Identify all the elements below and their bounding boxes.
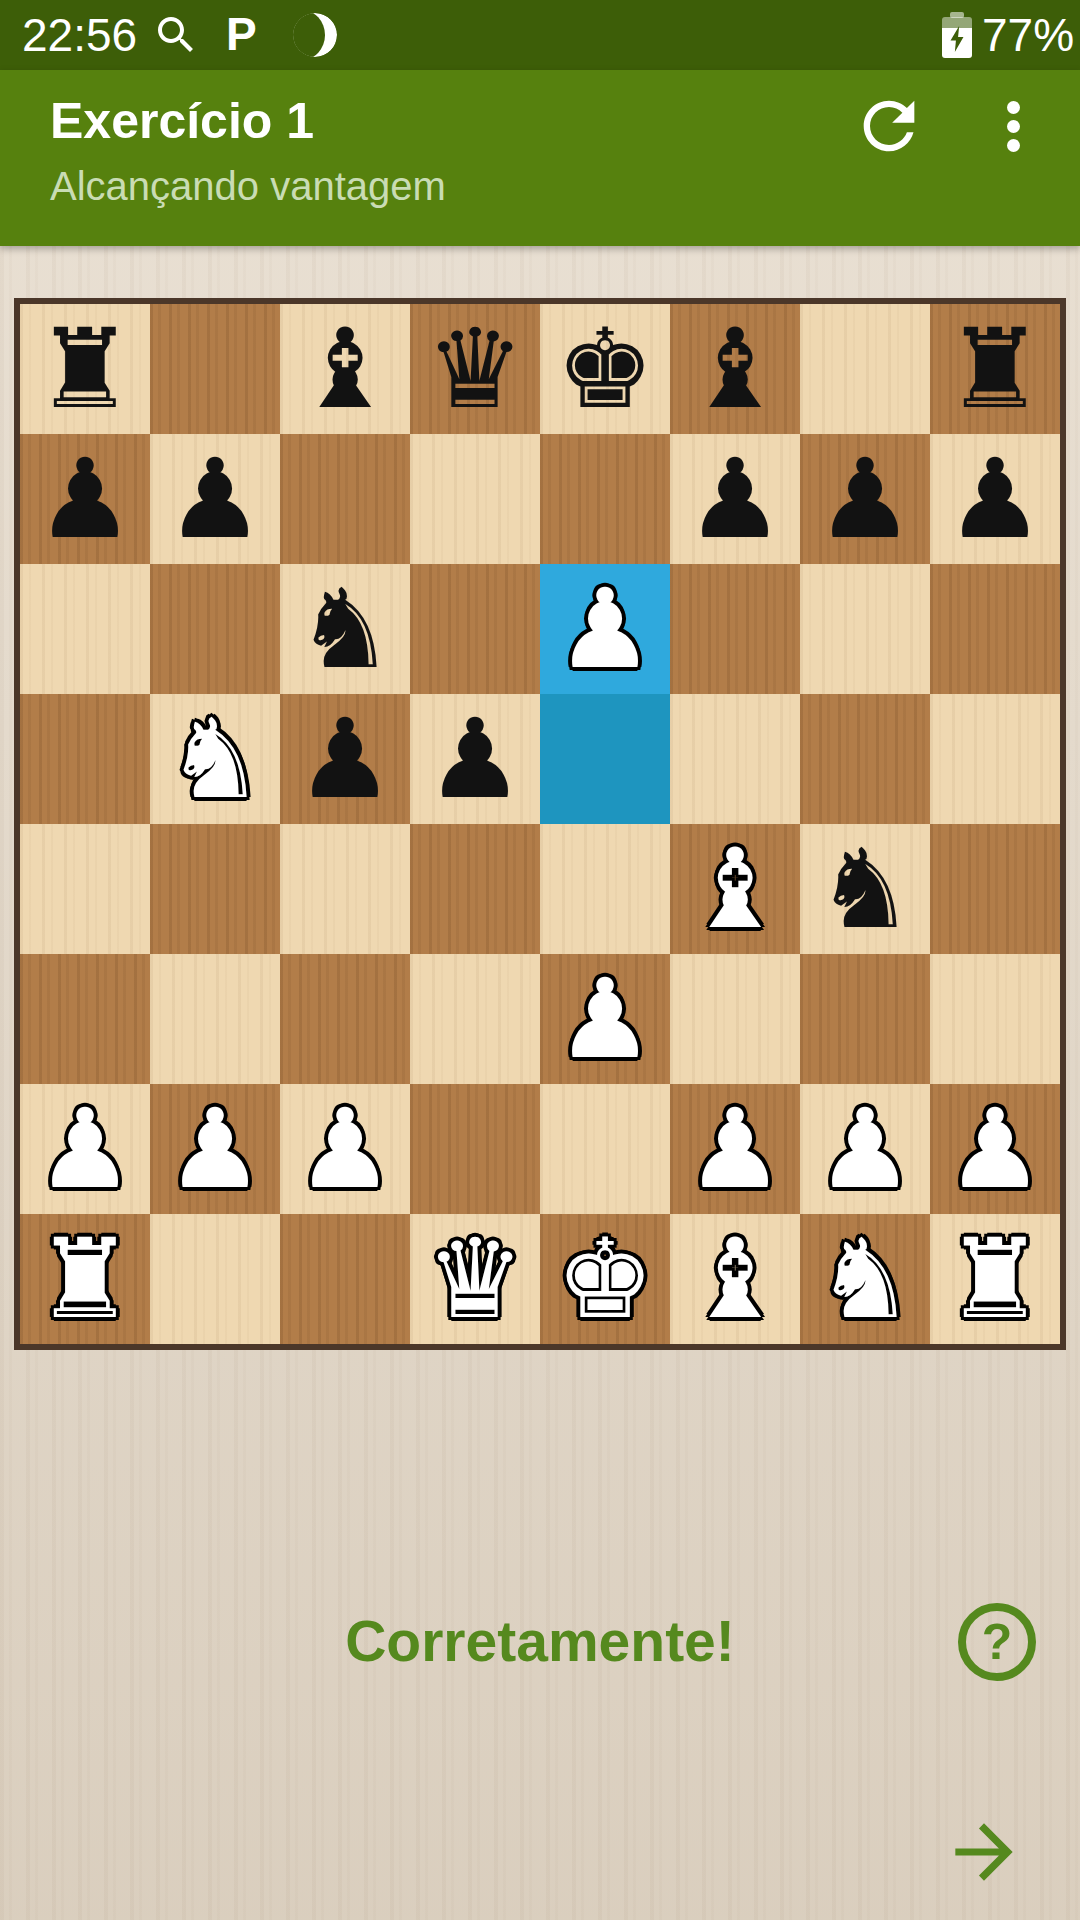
square-d1[interactable]: ♛︎ [410,1214,540,1344]
p-notification-icon: P [226,8,257,60]
square-g4[interactable]: ♞︎ [800,824,930,954]
square-d2[interactable] [410,1084,540,1214]
square-b1[interactable] [150,1214,280,1344]
piece-white-rook: ♜︎ [946,1224,1045,1334]
moon-icon [293,13,337,57]
square-d3[interactable] [410,954,540,1084]
square-e7[interactable] [540,434,670,564]
battery-percent: 77% [982,9,1074,61]
page-subtitle: Alcançando vantagem [50,164,446,209]
screen: 22:56 P 77% Exercício 1 Alcançando vanta… [0,0,1080,1920]
piece-white-pawn: ♟︎ [816,1094,915,1204]
square-b6[interactable] [150,564,280,694]
square-g7[interactable]: ♟︎ [800,434,930,564]
piece-white-pawn: ♟︎ [36,1094,135,1204]
square-d4[interactable] [410,824,540,954]
square-c8[interactable]: ♝︎ [280,304,410,434]
piece-black-pawn: ♟︎ [686,444,785,554]
square-d7[interactable] [410,434,540,564]
piece-white-rook: ♜︎ [36,1224,135,1334]
square-a5[interactable] [20,694,150,824]
square-a4[interactable] [20,824,150,954]
square-h6[interactable] [930,564,1060,694]
square-g8[interactable] [800,304,930,434]
square-h1[interactable]: ♜︎ [930,1214,1060,1344]
square-g2[interactable]: ♟︎ [800,1084,930,1214]
square-a1[interactable]: ♜︎ [20,1214,150,1344]
square-c4[interactable] [280,824,410,954]
question-mark-icon: ? [982,1613,1013,1671]
square-h7[interactable]: ♟︎ [930,434,1060,564]
square-a6[interactable] [20,564,150,694]
square-c3[interactable] [280,954,410,1084]
square-e4[interactable] [540,824,670,954]
piece-white-pawn: ♟︎ [166,1094,265,1204]
result-message: Corretamente! [0,1608,1080,1674]
piece-black-pawn: ♟︎ [166,444,265,554]
piece-white-knight: ♞︎ [816,1224,915,1334]
piece-white-pawn: ♟︎ [686,1094,785,1204]
overflow-menu-icon [1007,101,1020,114]
square-a2[interactable]: ♟︎ [20,1084,150,1214]
square-a3[interactable] [20,954,150,1084]
square-e3[interactable]: ♟︎ [540,954,670,1084]
square-g6[interactable] [800,564,930,694]
square-c5[interactable]: ♟︎ [280,694,410,824]
chess-board: ♜︎♝︎♛︎♚︎♝︎♜︎♟︎♟︎♟︎♟︎♟︎♞︎♟︎♞︎♟︎♟︎♝︎♞︎♟︎♟︎… [14,298,1066,1350]
square-g1[interactable]: ♞︎ [800,1214,930,1344]
piece-white-bishop: ♝︎ [686,834,785,944]
square-e1[interactable]: ♚︎ [540,1214,670,1344]
piece-black-pawn: ♟︎ [296,704,395,814]
square-f6[interactable] [670,564,800,694]
piece-black-knight: ♞︎ [816,834,915,944]
square-a7[interactable]: ♟︎ [20,434,150,564]
piece-white-bishop: ♝︎ [686,1224,785,1334]
piece-white-pawn: ♟︎ [296,1094,395,1204]
search-icon [152,11,200,59]
refresh-button[interactable] [851,88,927,164]
square-b8[interactable] [150,304,280,434]
square-f5[interactable] [670,694,800,824]
square-f8[interactable]: ♝︎ [670,304,800,434]
square-d8[interactable]: ♛︎ [410,304,540,434]
piece-white-king: ♚︎ [556,1224,655,1334]
piece-black-king: ♚︎ [556,314,655,424]
square-e2[interactable] [540,1084,670,1214]
square-b3[interactable] [150,954,280,1084]
piece-black-pawn: ♟︎ [426,704,525,814]
square-c6[interactable]: ♞︎ [280,564,410,694]
overflow-menu-button[interactable] [986,96,1040,156]
square-c7[interactable] [280,434,410,564]
square-c1[interactable] [280,1214,410,1344]
piece-white-pawn: ♟︎ [946,1094,1045,1204]
square-f7[interactable]: ♟︎ [670,434,800,564]
piece-black-pawn: ♟︎ [36,444,135,554]
square-f4[interactable]: ♝︎ [670,824,800,954]
piece-black-bishop: ♝︎ [686,314,785,424]
next-exercise-button[interactable] [941,1809,1027,1895]
square-a8[interactable]: ♜︎ [20,304,150,434]
piece-black-knight: ♞︎ [296,574,395,684]
square-e8[interactable]: ♚︎ [540,304,670,434]
square-h8[interactable]: ♜︎ [930,304,1060,434]
piece-black-rook: ♜︎ [36,314,135,424]
app-bar: Exercício 1 Alcançando vantagem [0,70,1080,246]
page-title: Exercício 1 [50,92,314,150]
square-f1[interactable]: ♝︎ [670,1214,800,1344]
piece-white-pawn: ♟︎ [556,964,655,1074]
piece-white-pawn: ♟︎ [556,574,655,684]
piece-black-pawn: ♟︎ [946,444,1045,554]
piece-white-queen: ♛︎ [426,1224,525,1334]
square-b4[interactable] [150,824,280,954]
battery-charging-icon [942,12,972,58]
square-g5[interactable] [800,694,930,824]
square-d5[interactable]: ♟︎ [410,694,540,824]
square-b5[interactable]: ♞︎ [150,694,280,824]
square-h4[interactable] [930,824,1060,954]
square-e5[interactable] [540,694,670,824]
piece-black-queen: ♛︎ [426,314,525,424]
status-bar: 22:56 P 77% [0,0,1080,70]
square-g3[interactable] [800,954,930,1084]
square-b2[interactable]: ♟︎ [150,1084,280,1214]
square-f3[interactable] [670,954,800,1084]
refresh-icon [851,152,927,167]
square-b7[interactable]: ♟︎ [150,434,280,564]
status-time: 22:56 [22,9,137,61]
square-h2[interactable]: ♟︎ [930,1084,1060,1214]
square-d6[interactable] [410,564,540,694]
square-c2[interactable]: ♟︎ [280,1084,410,1214]
arrow-forward-icon [941,1883,1027,1898]
piece-black-rook: ♜︎ [946,314,1045,424]
square-f2[interactable]: ♟︎ [670,1084,800,1214]
piece-black-bishop: ♝︎ [296,314,395,424]
piece-black-pawn: ♟︎ [816,444,915,554]
square-h5[interactable] [930,694,1060,824]
square-e6[interactable]: ♟︎ [540,564,670,694]
piece-white-knight: ♞︎ [166,704,265,814]
help-button[interactable]: ? [958,1603,1036,1681]
square-h3[interactable] [930,954,1060,1084]
